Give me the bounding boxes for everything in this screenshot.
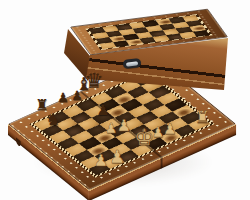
dark-pawn: ♟	[97, 103, 110, 117]
dark-pawn: ♟	[57, 91, 69, 104]
dark-queen: ♛	[85, 71, 104, 92]
light-pawn: ♟	[94, 153, 108, 169]
light-pawn: ♟	[117, 118, 131, 134]
light-pawn: ♟	[109, 148, 125, 166]
light-pawn: ♟	[163, 122, 176, 137]
pieces-layer: ♜♞♟♟♝♛♟♟♟♚♟♟♜♟♟	[0, 0, 250, 200]
dark-knight: ♞	[46, 112, 60, 128]
light-rook: ♜	[194, 109, 209, 126]
chess-set-product-photo: ♜♞♟♟♝♛♟♟♟♚♟♟♜♟♟	[0, 0, 250, 200]
light-pawn: ♟	[105, 121, 118, 135]
